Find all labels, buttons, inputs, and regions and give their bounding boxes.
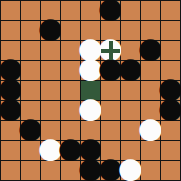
board-cell[interactable]: ● — [121, 161, 140, 180]
board-cell[interactable] — [121, 81, 140, 100]
board-cell[interactable]: ● — [101, 1, 120, 20]
board-cell[interactable] — [141, 161, 160, 180]
board-cell[interactable] — [41, 61, 60, 80]
board-cell[interactable] — [1, 161, 20, 180]
attacker-stone[interactable]: ● — [38, 19, 63, 38]
board-cell[interactable] — [121, 1, 140, 20]
defender-stone[interactable]: ● — [138, 119, 163, 138]
defender-stone[interactable]: ● — [118, 159, 143, 178]
board-cell[interactable] — [1, 21, 20, 40]
board-cell[interactable] — [161, 21, 180, 40]
board-cell[interactable] — [21, 81, 40, 100]
board-cell[interactable] — [161, 121, 180, 140]
board-cell[interactable] — [61, 1, 80, 20]
board-cell[interactable] — [1, 141, 20, 160]
board-cell[interactable] — [161, 161, 180, 180]
board-cell[interactable] — [161, 141, 180, 160]
board-cell[interactable] — [21, 161, 40, 180]
board-cell[interactable] — [41, 161, 60, 180]
board-cell[interactable] — [41, 81, 60, 100]
board-cell[interactable] — [101, 101, 120, 120]
board-cell[interactable] — [1, 1, 20, 20]
board-cell[interactable] — [161, 41, 180, 60]
board-cell[interactable]: ● — [141, 121, 160, 140]
game-board: ●●●●●●●●●●●●●●●●●●●●●● — [0, 0, 181, 181]
defender-stone[interactable]: ● — [78, 99, 103, 118]
attacker-stone[interactable]: ● — [118, 59, 143, 78]
board-cell[interactable] — [141, 1, 160, 20]
board-cell[interactable] — [101, 81, 120, 100]
board-cell[interactable] — [161, 1, 180, 20]
board-cell[interactable] — [21, 41, 40, 60]
board-cell[interactable]: ● — [121, 61, 140, 80]
board-cell[interactable] — [101, 121, 120, 140]
board-cell[interactable] — [141, 141, 160, 160]
board-cell[interactable]: ● — [161, 101, 180, 120]
board-cell[interactable] — [41, 101, 60, 120]
king-cross-icon — [109, 41, 113, 60]
board-cell[interactable]: ● — [81, 101, 100, 120]
board-cell[interactable] — [21, 61, 40, 80]
board-cell[interactable]: ● — [41, 21, 60, 40]
board-cell[interactable] — [41, 41, 60, 60]
attacker-stone[interactable]: ● — [98, 0, 123, 18]
board-cell[interactable]: ● — [141, 41, 160, 60]
